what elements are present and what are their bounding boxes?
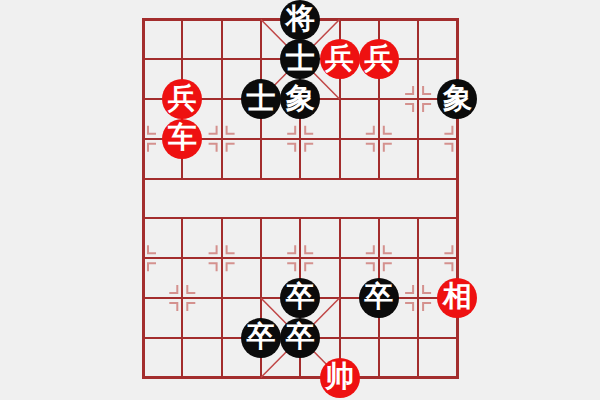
- piece-char: 象: [443, 84, 472, 113]
- piece-char: 卒: [246, 322, 275, 351]
- piece-red-elephant[interactable]: 相: [437, 278, 477, 318]
- piece-red-general[interactable]: 帅: [320, 358, 360, 398]
- piece-char: 相: [443, 282, 472, 311]
- piece-black-elephant[interactable]: 象: [280, 79, 320, 119]
- piece-red-soldier[interactable]: 兵: [162, 79, 202, 119]
- piece-char: 卒: [286, 282, 315, 311]
- piece-black-soldier[interactable]: 卒: [280, 278, 320, 318]
- piece-char: 兵: [364, 44, 393, 73]
- piece-black-soldier[interactable]: 卒: [241, 318, 281, 358]
- piece-red-chariot[interactable]: 车: [162, 119, 202, 159]
- piece-black-elephant[interactable]: 象: [437, 79, 477, 119]
- piece-black-soldier[interactable]: 卒: [280, 318, 320, 358]
- piece-black-advisor[interactable]: 士: [241, 79, 281, 119]
- piece-char: 卒: [364, 282, 393, 311]
- pieces-layer: 将士兵兵兵士象象车卒卒相卒卒帅: [0, 0, 600, 400]
- piece-char: 象: [286, 84, 315, 113]
- piece-char: 将: [286, 4, 315, 33]
- piece-black-advisor[interactable]: 士: [280, 39, 320, 79]
- piece-char: 士: [246, 84, 275, 113]
- piece-char: 车: [168, 123, 197, 152]
- piece-char: 士: [286, 44, 315, 73]
- piece-black-soldier[interactable]: 卒: [359, 278, 399, 318]
- piece-black-general[interactable]: 将: [280, 0, 320, 40]
- piece-char: 卒: [286, 322, 315, 351]
- piece-char: 兵: [325, 44, 354, 73]
- piece-char: 帅: [325, 362, 354, 391]
- piece-char: 兵: [168, 84, 197, 113]
- xiangqi-board: 将士兵兵兵士象象车卒卒相卒卒帅: [0, 0, 600, 400]
- piece-red-soldier[interactable]: 兵: [320, 39, 360, 79]
- piece-red-soldier[interactable]: 兵: [359, 39, 399, 79]
